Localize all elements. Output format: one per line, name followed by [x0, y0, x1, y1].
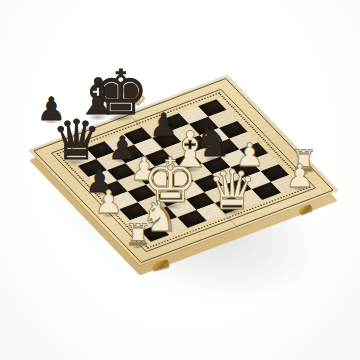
piece-contact-shadow	[45, 120, 58, 124]
wooden-latch-tab	[121, 83, 145, 107]
product-photo-scene: ♚♝♟♛♟♟♟♞♝♟♚♛♞♜♜♟♟♟	[0, 0, 360, 360]
